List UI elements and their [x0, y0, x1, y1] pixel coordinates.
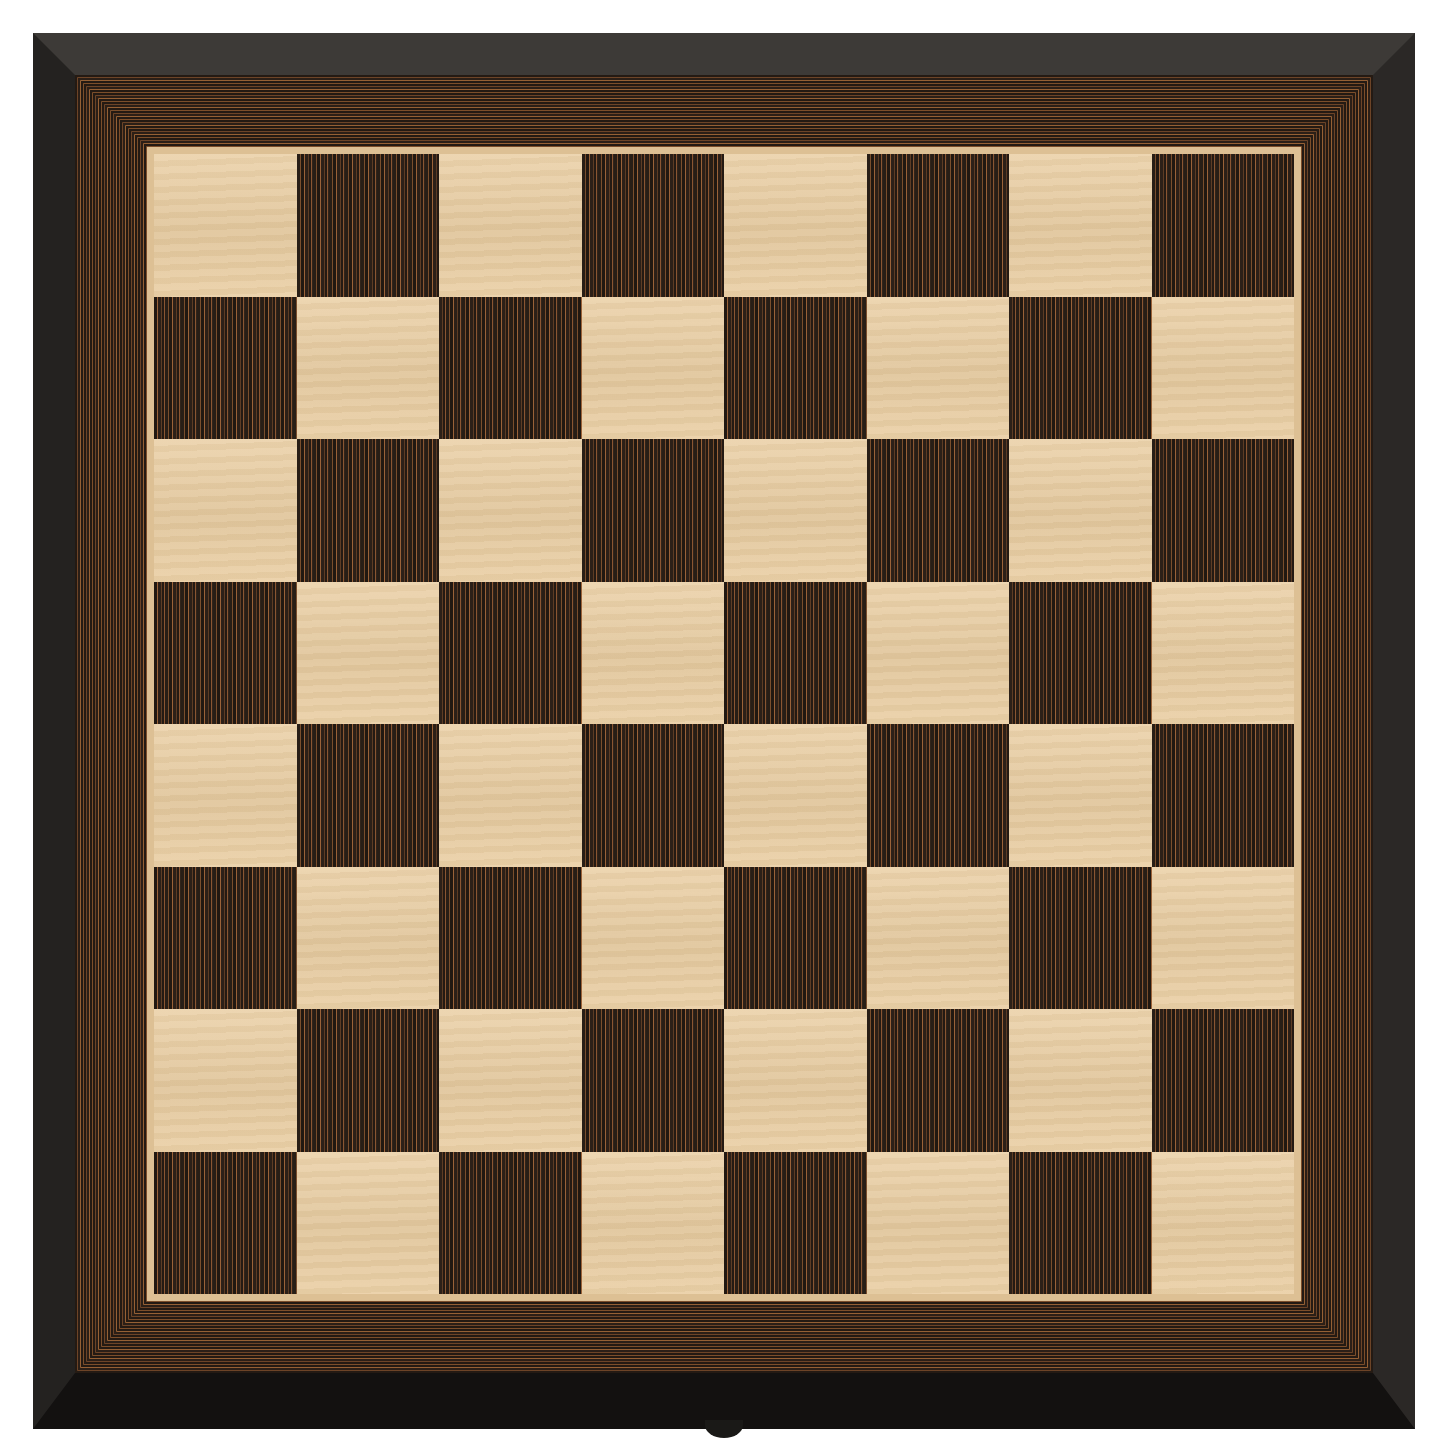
- wood-border-left: [75, 75, 147, 1373]
- square-e4[interactable]: [724, 724, 867, 867]
- square-a3[interactable]: [154, 867, 297, 1010]
- square-d3[interactable]: [582, 867, 725, 1010]
- square-g8[interactable]: [1009, 154, 1152, 297]
- square-f6[interactable]: [867, 439, 1010, 582]
- square-h6[interactable]: [1152, 439, 1295, 582]
- square-d7[interactable]: [582, 297, 725, 440]
- square-c2[interactable]: [439, 1009, 582, 1152]
- maple-inlay-line: [147, 147, 1301, 1301]
- square-a5[interactable]: [154, 582, 297, 725]
- square-c3[interactable]: [439, 867, 582, 1010]
- square-e3[interactable]: [724, 867, 867, 1010]
- wood-border-right: [1301, 75, 1373, 1373]
- square-h8[interactable]: [1152, 154, 1295, 297]
- square-e6[interactable]: [724, 439, 867, 582]
- square-c7[interactable]: [439, 297, 582, 440]
- square-b2[interactable]: [297, 1009, 440, 1152]
- square-d2[interactable]: [582, 1009, 725, 1152]
- square-g4[interactable]: [1009, 724, 1152, 867]
- square-b3[interactable]: [297, 867, 440, 1010]
- square-g2[interactable]: [1009, 1009, 1152, 1152]
- square-b6[interactable]: [297, 439, 440, 582]
- square-a1[interactable]: [154, 1152, 297, 1295]
- chessboard-frame: [33, 33, 1415, 1429]
- square-f5[interactable]: [867, 582, 1010, 725]
- square-c6[interactable]: [439, 439, 582, 582]
- square-h3[interactable]: [1152, 867, 1295, 1010]
- wood-border: [75, 75, 1373, 1373]
- square-e2[interactable]: [724, 1009, 867, 1152]
- square-h4[interactable]: [1152, 724, 1295, 867]
- latch-knob: [705, 1420, 743, 1438]
- wood-border-bottom: [75, 1301, 1373, 1373]
- square-h7[interactable]: [1152, 297, 1295, 440]
- square-f2[interactable]: [867, 1009, 1010, 1152]
- square-a8[interactable]: [154, 154, 297, 297]
- square-h2[interactable]: [1152, 1009, 1295, 1152]
- square-e5[interactable]: [724, 582, 867, 725]
- square-h5[interactable]: [1152, 582, 1295, 725]
- square-b8[interactable]: [297, 154, 440, 297]
- square-a2[interactable]: [154, 1009, 297, 1152]
- board-grid: [154, 154, 1294, 1294]
- square-e1[interactable]: [724, 1152, 867, 1295]
- square-f3[interactable]: [867, 867, 1010, 1010]
- square-h1[interactable]: [1152, 1152, 1295, 1295]
- square-c1[interactable]: [439, 1152, 582, 1295]
- square-d4[interactable]: [582, 724, 725, 867]
- square-e8[interactable]: [724, 154, 867, 297]
- square-g5[interactable]: [1009, 582, 1152, 725]
- square-f4[interactable]: [867, 724, 1010, 867]
- square-a7[interactable]: [154, 297, 297, 440]
- square-g3[interactable]: [1009, 867, 1152, 1010]
- square-c8[interactable]: [439, 154, 582, 297]
- square-b1[interactable]: [297, 1152, 440, 1295]
- square-d1[interactable]: [582, 1152, 725, 1295]
- square-c5[interactable]: [439, 582, 582, 725]
- square-g1[interactable]: [1009, 1152, 1152, 1295]
- square-a6[interactable]: [154, 439, 297, 582]
- square-c4[interactable]: [439, 724, 582, 867]
- square-b4[interactable]: [297, 724, 440, 867]
- square-f8[interactable]: [867, 154, 1010, 297]
- photo-background: [0, 0, 1445, 1445]
- square-d6[interactable]: [582, 439, 725, 582]
- square-g6[interactable]: [1009, 439, 1152, 582]
- square-d5[interactable]: [582, 582, 725, 725]
- wood-border-top: [75, 75, 1373, 147]
- square-a4[interactable]: [154, 724, 297, 867]
- square-b7[interactable]: [297, 297, 440, 440]
- square-f1[interactable]: [867, 1152, 1010, 1295]
- square-f7[interactable]: [867, 297, 1010, 440]
- square-b5[interactable]: [297, 582, 440, 725]
- square-g7[interactable]: [1009, 297, 1152, 440]
- square-d8[interactable]: [582, 154, 725, 297]
- square-e7[interactable]: [724, 297, 867, 440]
